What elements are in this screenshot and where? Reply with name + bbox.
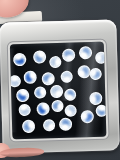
gemstone: [31, 48, 48, 65]
box-frame-inner-rim: [8, 40, 109, 142]
gemstone: [11, 51, 27, 67]
gemstone: [17, 102, 32, 117]
finger-bottom-edge: [0, 147, 44, 158]
gem-display-box: [0, 19, 120, 153]
gemstone: [58, 68, 75, 85]
gemstone: [23, 70, 37, 84]
gemstone: [60, 47, 76, 63]
gemstone: [20, 118, 36, 134]
box-frame-seam: [7, 39, 110, 143]
photo-scene: [0, 0, 120, 160]
gemstone: [77, 44, 94, 61]
gemstone: [35, 101, 50, 116]
gemstone: [49, 84, 63, 98]
gemstone: [77, 64, 91, 78]
box-interior: [10, 42, 107, 140]
gemstone: [78, 107, 96, 125]
gemstone: [93, 49, 107, 66]
gemstone: [64, 104, 78, 118]
gemstone: [10, 73, 23, 90]
gemstone: [42, 118, 57, 133]
gemstone: [13, 86, 31, 104]
gemstone: [32, 85, 48, 101]
gemstone-layer: [10, 42, 104, 45]
gemstone: [56, 115, 74, 133]
gemstone: [62, 86, 79, 103]
gemstone: [49, 98, 66, 115]
